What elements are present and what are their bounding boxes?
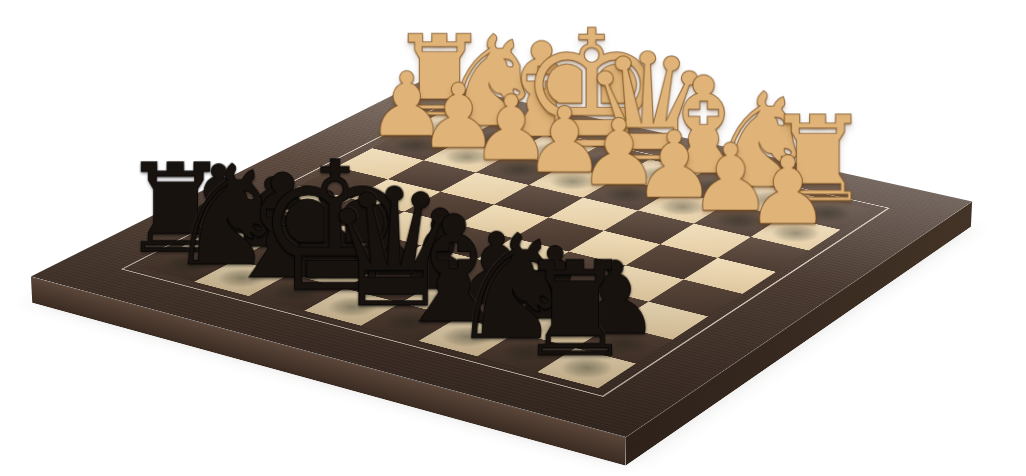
black-rook-glyph: ♜	[477, 245, 673, 376]
chess-board: ♜♞♝♚♛♝♞♜♟♟♟♟♟♟♟♟♟♟♟♟♟♟♟♟♜♞♝♚♛♝♞♜	[31, 80, 972, 437]
white-pawn-glyph: ♟	[698, 144, 878, 238]
product-photo-stage: ♜♞♝♚♛♝♞♜♟♟♟♟♟♟♟♟♟♟♟♟♟♟♟♟♜♞♝♚♛♝♞♜	[0, 0, 1026, 476]
scene-3d: ♜♞♝♚♛♝♞♜♟♟♟♟♟♟♟♟♟♟♟♟♟♟♟♟♜♞♝♚♛♝♞♜	[0, 0, 1026, 476]
